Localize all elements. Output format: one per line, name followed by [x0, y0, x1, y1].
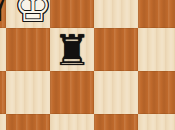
square[interactable]: [138, 71, 175, 114]
square[interactable]: [94, 0, 138, 28]
square[interactable]: ♛: [0, 0, 6, 28]
board-grid: ♛♚♜: [0, 0, 175, 130]
square[interactable]: [50, 114, 94, 130]
square[interactable]: [94, 114, 138, 130]
white-king[interactable]: ♚: [12, 0, 54, 28]
square[interactable]: [6, 28, 50, 71]
square[interactable]: [138, 28, 175, 71]
square[interactable]: [94, 71, 138, 114]
square[interactable]: [6, 114, 50, 130]
square[interactable]: [50, 0, 94, 28]
square[interactable]: [6, 71, 50, 114]
square[interactable]: [138, 0, 175, 28]
square[interactable]: ♜: [50, 28, 94, 71]
black-rook[interactable]: ♜: [51, 30, 93, 72]
chess-board: ♛♚♜: [0, 0, 175, 130]
square[interactable]: [50, 71, 94, 114]
square[interactable]: [94, 28, 138, 71]
square[interactable]: ♚: [6, 0, 50, 28]
square[interactable]: [138, 114, 175, 130]
